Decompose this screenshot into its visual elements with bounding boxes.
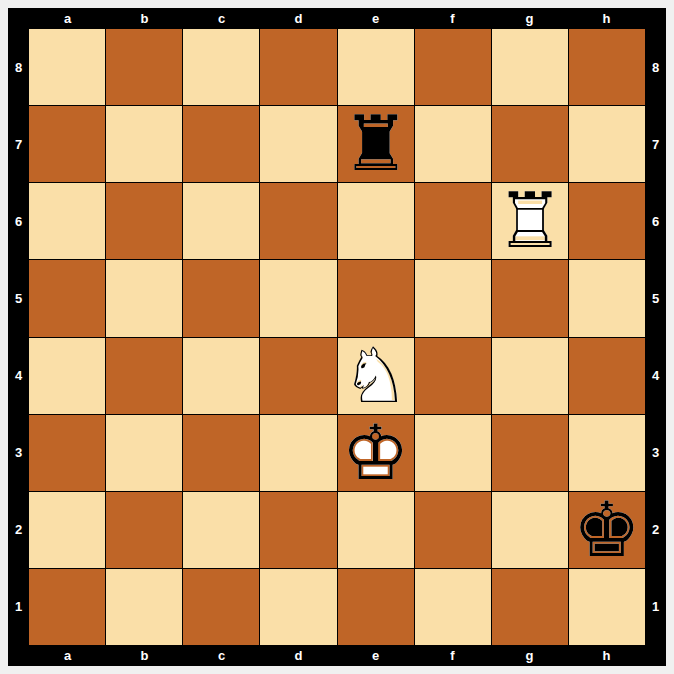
square-h5[interactable] [569,260,645,336]
square-a2[interactable] [29,492,105,568]
square-f6[interactable] [415,183,491,259]
frame-corner-bottom-left [8,645,29,666]
square-e4[interactable]: ♞♘ [338,338,414,414]
square-d5[interactable] [260,260,336,336]
file-label-c: c [183,645,260,666]
chess-board: ♜♜♜♖♞♘♚♔♚♚ [29,29,645,645]
square-f2[interactable] [415,492,491,568]
square-a4[interactable] [29,338,105,414]
square-b3[interactable] [106,415,182,491]
square-h6[interactable] [569,183,645,259]
file-label-e: e [337,8,414,29]
square-b8[interactable] [106,29,182,105]
file-label-h: h [568,645,645,666]
rank-label-3: 3 [645,414,666,491]
rank-label-4: 4 [8,337,29,414]
square-c5[interactable] [183,260,259,336]
square-c2[interactable] [183,492,259,568]
white-rook-outline-glyph: ♖ [492,183,568,259]
rank-label-8: 8 [8,29,29,106]
file-label-d: d [260,645,337,666]
square-h4[interactable] [569,338,645,414]
rank-label-7: 7 [645,106,666,183]
file-label-c: c [183,8,260,29]
rank-label-2: 2 [645,491,666,568]
square-h7[interactable] [569,106,645,182]
square-g1[interactable] [492,569,568,645]
file-label-f: f [414,8,491,29]
file-labels-top: abcdefgh [29,8,645,29]
file-labels-bottom: abcdefgh [29,645,645,666]
square-f3[interactable] [415,415,491,491]
square-c3[interactable] [183,415,259,491]
chess-board-frame: abcdefgh 87654321 ♜♜♜♖♞♘♚♔♚♚ 87654321 ab… [8,8,666,666]
rank-labels-left: 87654321 [8,29,29,645]
square-g8[interactable] [492,29,568,105]
file-label-h: h [568,8,645,29]
frame-corner-top-left [8,8,29,29]
square-f5[interactable] [415,260,491,336]
black-king-fill-glyph: ♚ [569,492,645,568]
square-a8[interactable] [29,29,105,105]
piece-black-rook[interactable]: ♜♜ [338,106,414,182]
square-g5[interactable] [492,260,568,336]
square-b1[interactable] [106,569,182,645]
piece-black-king[interactable]: ♚♚ [569,492,645,568]
square-a3[interactable] [29,415,105,491]
square-g2[interactable] [492,492,568,568]
file-label-e: e [337,645,414,666]
square-d8[interactable] [260,29,336,105]
file-label-g: g [491,8,568,29]
file-label-a: a [29,8,106,29]
frame-corner-top-right [645,8,666,29]
file-label-g: g [491,645,568,666]
square-e7[interactable]: ♜♜ [338,106,414,182]
square-d4[interactable] [260,338,336,414]
square-e6[interactable] [338,183,414,259]
square-b7[interactable] [106,106,182,182]
rank-label-6: 6 [8,183,29,260]
square-f7[interactable] [415,106,491,182]
piece-white-king[interactable]: ♚♔ [338,415,414,491]
rank-label-1: 1 [645,568,666,645]
square-g4[interactable] [492,338,568,414]
square-d3[interactable] [260,415,336,491]
rank-label-5: 5 [645,260,666,337]
white-knight-outline-glyph: ♘ [338,338,414,414]
square-e3[interactable]: ♚♔ [338,415,414,491]
square-h2[interactable]: ♚♚ [569,492,645,568]
square-g6[interactable]: ♜♖ [492,183,568,259]
rank-label-5: 5 [8,260,29,337]
square-b2[interactable] [106,492,182,568]
square-a7[interactable] [29,106,105,182]
rank-label-7: 7 [8,106,29,183]
square-b5[interactable] [106,260,182,336]
square-f4[interactable] [415,338,491,414]
black-king-outline-glyph: ♚ [569,492,645,568]
white-king-fill-glyph: ♚ [338,415,414,491]
rank-label-1: 1 [8,568,29,645]
square-f1[interactable] [415,569,491,645]
black-rook-fill-glyph: ♜ [338,106,414,182]
square-d2[interactable] [260,492,336,568]
square-a5[interactable] [29,260,105,336]
square-b4[interactable] [106,338,182,414]
square-d1[interactable] [260,569,336,645]
rank-label-2: 2 [8,491,29,568]
square-a1[interactable] [29,569,105,645]
square-h1[interactable] [569,569,645,645]
square-a6[interactable] [29,183,105,259]
square-e2[interactable] [338,492,414,568]
square-h8[interactable] [569,29,645,105]
file-label-b: b [106,8,183,29]
rank-labels-right: 87654321 [645,29,666,645]
square-c4[interactable] [183,338,259,414]
rank-label-8: 8 [645,29,666,106]
file-label-d: d [260,8,337,29]
rank-label-3: 3 [8,414,29,491]
square-e5[interactable] [338,260,414,336]
square-c6[interactable] [183,183,259,259]
square-h3[interactable] [569,415,645,491]
square-e1[interactable] [338,569,414,645]
square-g3[interactable] [492,415,568,491]
white-knight-fill-glyph: ♞ [338,338,414,414]
file-label-a: a [29,645,106,666]
piece-white-rook[interactable]: ♜♖ [492,183,568,259]
rank-label-4: 4 [645,337,666,414]
square-e8[interactable] [338,29,414,105]
rank-label-6: 6 [645,183,666,260]
square-g7[interactable] [492,106,568,182]
black-rook-outline-glyph: ♜ [338,106,414,182]
square-c8[interactable] [183,29,259,105]
square-b6[interactable] [106,183,182,259]
frame-corner-bottom-right [645,645,666,666]
white-king-outline-glyph: ♔ [338,415,414,491]
square-f8[interactable] [415,29,491,105]
white-rook-fill-glyph: ♜ [492,183,568,259]
square-c7[interactable] [183,106,259,182]
piece-white-knight[interactable]: ♞♘ [338,338,414,414]
square-c1[interactable] [183,569,259,645]
square-d6[interactable] [260,183,336,259]
square-d7[interactable] [260,106,336,182]
file-label-b: b [106,645,183,666]
file-label-f: f [414,645,491,666]
